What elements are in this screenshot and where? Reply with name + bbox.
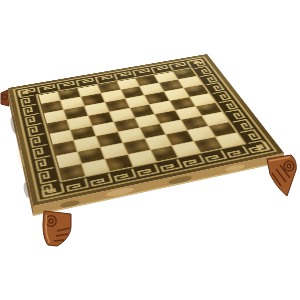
chessboard-photo-scene [0,0,300,300]
foot-front-left [43,211,71,246]
foot-back-left [1,90,9,106]
foot-right [267,155,296,196]
